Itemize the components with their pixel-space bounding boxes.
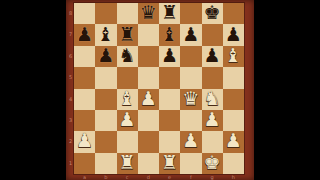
file-label-c: c [117, 174, 138, 180]
square-a1[interactable] [74, 153, 95, 174]
piece-white-pawn[interactable]: ♟ [76, 131, 93, 150]
square-e2[interactable] [159, 131, 180, 152]
file-label-g: g [202, 174, 223, 180]
square-f7[interactable]: ♟ [180, 24, 201, 45]
square-g2[interactable] [202, 131, 223, 152]
file-label-h: h [223, 174, 244, 180]
square-b1[interactable] [95, 153, 116, 174]
square-e7[interactable]: ♝ [159, 24, 180, 45]
piece-white-pawn[interactable]: ♟ [119, 110, 136, 129]
file-label-d: d [138, 174, 159, 180]
square-c3[interactable]: ♟ [117, 110, 138, 131]
square-b8[interactable] [95, 3, 116, 24]
piece-black-queen[interactable]: ♛ [140, 3, 157, 22]
square-c7[interactable]: ♜ [117, 24, 138, 45]
piece-white-pawn[interactable]: ♟ [140, 89, 157, 108]
square-d5[interactable] [138, 67, 159, 88]
square-h7[interactable]: ♟ [223, 24, 244, 45]
square-g5[interactable] [202, 67, 223, 88]
square-f1[interactable] [180, 153, 201, 174]
square-d2[interactable] [138, 131, 159, 152]
piece-black-bishop[interactable]: ♝ [161, 25, 178, 44]
square-c6[interactable]: ♞ [117, 46, 138, 67]
square-g7[interactable] [202, 24, 223, 45]
square-a8[interactable] [74, 3, 95, 24]
square-e3[interactable] [159, 110, 180, 131]
piece-white-pawn[interactable]: ♟ [204, 110, 221, 129]
square-b5[interactable] [95, 67, 116, 88]
square-h3[interactable] [223, 110, 244, 131]
square-b4[interactable] [95, 89, 116, 110]
square-e1[interactable]: ♜ [159, 153, 180, 174]
chess-board[interactable]: ♛♜♚♟♝♜♝♟♟♟♞♟♟♝♝♟♛♞♟♟♟♟♟♜♜♚ [74, 3, 244, 174]
rank-label-3: 3 [67, 110, 74, 131]
square-e8[interactable]: ♜ [159, 3, 180, 24]
chess-board-frame: ♛♜♚♟♝♜♝♟♟♟♞♟♟♝♝♟♛♞♟♟♟♟♟♜♜♚ abcdefgh87654… [66, 0, 254, 180]
rank-label-2: 2 [67, 131, 74, 152]
piece-black-pawn[interactable]: ♟ [204, 46, 221, 65]
square-e6[interactable]: ♟ [159, 46, 180, 67]
piece-white-knight[interactable]: ♞ [204, 89, 221, 108]
rank-label-4: 4 [67, 89, 74, 110]
square-f2[interactable]: ♟ [180, 131, 201, 152]
square-c1[interactable]: ♜ [117, 153, 138, 174]
square-d6[interactable] [138, 46, 159, 67]
square-a6[interactable] [74, 46, 95, 67]
piece-black-pawn[interactable]: ♟ [225, 25, 242, 44]
square-g4[interactable]: ♞ [202, 89, 223, 110]
square-h4[interactable] [223, 89, 244, 110]
square-b7[interactable]: ♝ [95, 24, 116, 45]
piece-white-pawn[interactable]: ♟ [182, 131, 199, 150]
square-c4[interactable]: ♝ [117, 89, 138, 110]
square-d4[interactable]: ♟ [138, 89, 159, 110]
square-f5[interactable] [180, 67, 201, 88]
square-h5[interactable] [223, 67, 244, 88]
square-f3[interactable] [180, 110, 201, 131]
square-a2[interactable]: ♟ [74, 131, 95, 152]
square-a3[interactable] [74, 110, 95, 131]
square-h2[interactable]: ♟ [223, 131, 244, 152]
square-g1[interactable]: ♚ [202, 153, 223, 174]
square-b3[interactable] [95, 110, 116, 131]
piece-black-rook[interactable]: ♜ [161, 3, 178, 22]
square-d1[interactable] [138, 153, 159, 174]
piece-white-king[interactable]: ♚ [204, 153, 221, 172]
piece-black-pawn[interactable]: ♟ [76, 25, 93, 44]
piece-black-pawn[interactable]: ♟ [161, 46, 178, 65]
square-a7[interactable]: ♟ [74, 24, 95, 45]
square-g3[interactable]: ♟ [202, 110, 223, 131]
piece-black-rook[interactable]: ♜ [119, 25, 136, 44]
square-e4[interactable] [159, 89, 180, 110]
square-d7[interactable] [138, 24, 159, 45]
square-a4[interactable] [74, 89, 95, 110]
square-c2[interactable] [117, 131, 138, 152]
screenshot-root: { "game": "chess", "position": { "fen": … [0, 0, 320, 180]
file-label-f: f [180, 174, 201, 180]
piece-white-queen[interactable]: ♛ [182, 89, 199, 108]
square-c8[interactable] [117, 3, 138, 24]
file-label-e: e [159, 174, 180, 180]
piece-white-rook[interactable]: ♜ [161, 153, 178, 172]
piece-black-bishop[interactable]: ♝ [97, 25, 114, 44]
piece-black-pawn[interactable]: ♟ [182, 25, 199, 44]
square-g8[interactable]: ♚ [202, 3, 223, 24]
square-c5[interactable] [117, 67, 138, 88]
square-b2[interactable] [95, 131, 116, 152]
piece-white-bishop[interactable]: ♝ [119, 89, 136, 108]
square-d8[interactable]: ♛ [138, 3, 159, 24]
square-g6[interactable]: ♟ [202, 46, 223, 67]
square-f4[interactable]: ♛ [180, 89, 201, 110]
piece-white-rook[interactable]: ♜ [119, 153, 136, 172]
piece-white-pawn[interactable]: ♟ [225, 131, 242, 150]
rank-label-7: 7 [67, 24, 74, 45]
rank-label-5: 5 [67, 67, 74, 88]
square-d3[interactable] [138, 110, 159, 131]
square-b6[interactable]: ♟ [95, 46, 116, 67]
square-f8[interactable] [180, 3, 201, 24]
square-e5[interactable] [159, 67, 180, 88]
square-h6[interactable]: ♝ [223, 46, 244, 67]
square-a5[interactable] [74, 67, 95, 88]
file-label-a: a [74, 174, 95, 180]
file-label-b: b [95, 174, 116, 180]
piece-black-knight[interactable]: ♞ [119, 46, 136, 65]
square-f6[interactable] [180, 46, 201, 67]
rank-label-6: 6 [67, 46, 74, 67]
square-h1[interactable] [223, 153, 244, 174]
rank-label-8: 8 [67, 3, 74, 24]
square-h8[interactable] [223, 3, 244, 24]
piece-black-pawn[interactable]: ♟ [97, 46, 114, 65]
rank-label-1: 1 [67, 153, 74, 174]
piece-black-king[interactable]: ♚ [204, 3, 221, 22]
piece-white-bishop[interactable]: ♝ [225, 46, 242, 65]
